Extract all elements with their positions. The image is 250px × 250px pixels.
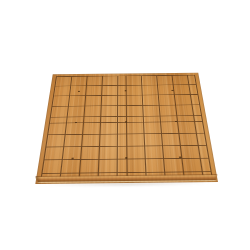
hoshi-point [124, 90, 126, 92]
hoshi-point [71, 157, 74, 159]
hoshi-point [125, 121, 128, 123]
product-photo [0, 0, 250, 250]
board-grid [38, 73, 216, 181]
hoshi-point [174, 120, 177, 122]
goban-assembly [0, 0, 250, 250]
hoshi-point [75, 121, 78, 123]
go-board-surface [35, 72, 218, 183]
hoshi-point [178, 156, 181, 158]
hoshi-point [78, 90, 81, 92]
hoshi-point [171, 89, 174, 91]
hoshi-point [125, 156, 128, 158]
